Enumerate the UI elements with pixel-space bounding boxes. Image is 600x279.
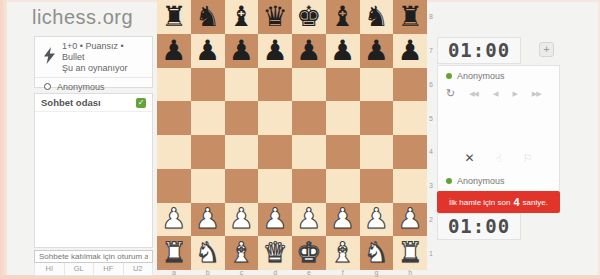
black-bishop-piece[interactable]: ♝ xyxy=(330,3,355,31)
black-pawn-piece[interactable]: ♟ xyxy=(398,37,423,65)
player-row: Anonymous xyxy=(438,171,559,191)
square-a2[interactable]: ♟ xyxy=(157,203,191,237)
chat-box: Sohbet odası ✓ xyxy=(34,93,153,248)
file-label-c: c xyxy=(225,269,259,276)
rank-label-5: 5 xyxy=(429,101,437,135)
move-nav-row: ↻ ◀◀ ◀ ▶ ▶▶ xyxy=(438,83,559,104)
white-bishop-piece[interactable]: ♝ xyxy=(229,239,254,267)
square-a5[interactable] xyxy=(157,101,191,135)
white-pawn-piece[interactable]: ♟ xyxy=(398,205,423,233)
plus-button[interactable]: + xyxy=(539,42,554,57)
player-row-white: Anonymous xyxy=(44,81,146,92)
square-c1[interactable]: ♝ xyxy=(225,236,259,270)
square-h8[interactable]: ♜ xyxy=(393,0,427,34)
square-d4[interactable] xyxy=(258,135,292,169)
chat-preset-u2[interactable]: U2 xyxy=(124,263,153,275)
square-e8[interactable]: ♚ xyxy=(292,0,326,34)
rank-label-7: 7 xyxy=(429,34,437,68)
player-name: Anonymous xyxy=(457,176,505,186)
square-h6[interactable] xyxy=(393,68,427,102)
square-b6[interactable] xyxy=(191,68,225,102)
black-pawn-piece[interactable]: ♟ xyxy=(229,37,254,65)
square-c2[interactable]: ♟ xyxy=(225,203,259,237)
rank-label-3: 3 xyxy=(429,169,437,203)
white-king-piece[interactable]: ♚ xyxy=(296,239,321,267)
online-dot-icon xyxy=(446,73,452,79)
square-e3[interactable] xyxy=(292,169,326,203)
square-g1[interactable]: ♞ xyxy=(360,236,394,270)
black-pawn-piece[interactable]: ♟ xyxy=(330,37,355,65)
first-move-warning-banner: İlk hamle için son4saniye. xyxy=(437,191,560,213)
move-list-empty xyxy=(438,104,559,147)
flip-board-icon[interactable]: ↻ xyxy=(446,87,455,100)
opponent-clock: 01:00 xyxy=(437,37,521,64)
square-b5[interactable] xyxy=(191,101,225,135)
lichess-logo[interactable]: lichess.org xyxy=(10,6,155,29)
square-h7[interactable]: ♟ xyxy=(393,34,427,68)
white-pawn-piece[interactable]: ♟ xyxy=(330,205,355,233)
resign-flag-icon[interactable]: ⚐ xyxy=(523,152,533,165)
square-f1[interactable]: ♝ xyxy=(326,236,360,270)
lightning-icon xyxy=(44,47,55,68)
square-h2[interactable]: ♟ xyxy=(393,203,427,237)
rank-label-6: 6 xyxy=(429,68,437,102)
square-b2[interactable]: ♟ xyxy=(191,203,225,237)
chess-board: ♜♞♝♛♚♝♞♜♟♟♟♟♟♟♟♟♟♟♟♟♟♟♟♟♜♞♝♛♚♝♞♜ xyxy=(157,0,427,270)
file-label-e: e xyxy=(292,269,326,276)
square-c4[interactable] xyxy=(225,135,259,169)
frame-left xyxy=(0,0,7,279)
opponent-name: Anonymous xyxy=(457,71,505,81)
square-f3[interactable] xyxy=(326,169,360,203)
file-label-g: g xyxy=(360,269,394,276)
square-e1[interactable]: ♚ xyxy=(292,236,326,270)
banner-text-suffix: saniye. xyxy=(523,198,548,207)
abort-game-icon[interactable]: ✕ xyxy=(464,151,474,165)
white-knight-piece[interactable]: ♞ xyxy=(364,239,389,267)
square-c8[interactable]: ♝ xyxy=(225,0,259,34)
square-g2[interactable]: ♟ xyxy=(360,203,394,237)
square-c5[interactable] xyxy=(225,101,259,135)
square-b8[interactable]: ♞ xyxy=(191,0,225,34)
banner-seconds: 4 xyxy=(513,196,519,208)
chat-preset-hf[interactable]: HF xyxy=(94,263,124,275)
rank-coordinates: 87654321 xyxy=(429,0,437,270)
chat-preset-gl[interactable]: GL xyxy=(65,263,95,275)
player-clock: 01:00 xyxy=(437,213,521,240)
prev-move-icon[interactable]: ◀ xyxy=(493,90,497,98)
next-move-icon[interactable]: ▶ xyxy=(512,90,516,98)
square-f7[interactable]: ♟ xyxy=(326,34,360,68)
square-g4[interactable] xyxy=(360,135,394,169)
square-e7[interactable]: ♟ xyxy=(292,34,326,68)
square-a8[interactable]: ♜ xyxy=(157,0,191,34)
black-pawn-piece[interactable]: ♟ xyxy=(263,37,288,65)
square-b7[interactable]: ♟ xyxy=(191,34,225,68)
time-control-label: 1+0 • Puansız • Bullet xyxy=(62,41,146,63)
white-player-name: Anonymous xyxy=(57,82,105,92)
white-pawn-piece[interactable]: ♟ xyxy=(161,205,186,233)
black-rook-piece[interactable]: ♜ xyxy=(161,3,186,31)
square-a4[interactable] xyxy=(157,135,191,169)
game-side-panel: Anonymous ↻ ◀◀ ◀ ▶ ▶▶ ✕ ☝ ⚐ Anonymous xyxy=(437,65,560,191)
square-a3[interactable] xyxy=(157,169,191,203)
chat-preset-hi[interactable]: HI xyxy=(35,263,65,275)
black-pawn-piece[interactable]: ♟ xyxy=(161,37,186,65)
file-label-b: b xyxy=(191,269,225,276)
square-e2[interactable]: ♟ xyxy=(292,203,326,237)
square-f8[interactable]: ♝ xyxy=(326,0,360,34)
white-queen-piece[interactable]: ♛ xyxy=(263,239,288,267)
square-d1[interactable]: ♛ xyxy=(258,236,292,270)
square-h5[interactable] xyxy=(393,101,427,135)
black-king-piece[interactable]: ♚ xyxy=(296,3,321,31)
square-f4[interactable] xyxy=(326,135,360,169)
square-f6[interactable] xyxy=(326,68,360,102)
square-d6[interactable] xyxy=(258,68,292,102)
white-pawn-piece[interactable]: ♟ xyxy=(263,205,288,233)
file-label-a: a xyxy=(157,269,191,276)
opponent-row: Anonymous xyxy=(438,66,559,83)
banner-text-prefix: İlk hamle için son xyxy=(449,198,510,207)
file-label-d: d xyxy=(258,269,292,276)
rank-label-8: 8 xyxy=(429,0,437,34)
square-e4[interactable] xyxy=(292,135,326,169)
square-g7[interactable]: ♟ xyxy=(360,34,394,68)
square-d3[interactable] xyxy=(258,169,292,203)
white-rook-piece[interactable]: ♜ xyxy=(398,239,423,267)
square-c6[interactable] xyxy=(225,68,259,102)
square-c7[interactable]: ♟ xyxy=(225,34,259,68)
white-pawn-piece[interactable]: ♟ xyxy=(229,205,254,233)
square-b4[interactable] xyxy=(191,135,225,169)
black-bishop-piece[interactable]: ♝ xyxy=(229,3,254,31)
square-g5[interactable] xyxy=(360,101,394,135)
white-rook-piece[interactable]: ♜ xyxy=(161,239,186,267)
black-knight-piece[interactable]: ♞ xyxy=(364,3,389,31)
game-info-box: 1+0 • Puansız • Bullet Şu an oynanıyor A… xyxy=(34,36,153,88)
black-knight-piece[interactable]: ♞ xyxy=(195,3,220,31)
square-e5[interactable] xyxy=(292,101,326,135)
square-d8[interactable]: ♛ xyxy=(258,0,292,34)
black-queen-piece[interactable]: ♛ xyxy=(263,3,288,31)
rank-label-4: 4 xyxy=(429,135,437,169)
white-bishop-piece[interactable]: ♝ xyxy=(330,239,355,267)
black-pawn-piece[interactable]: ♟ xyxy=(364,37,389,65)
white-color-icon xyxy=(44,83,51,90)
file-label-h: h xyxy=(393,269,427,276)
square-h3[interactable] xyxy=(393,169,427,203)
file-label-f: f xyxy=(326,269,360,276)
square-d2[interactable]: ♟ xyxy=(258,203,292,237)
square-c3[interactable] xyxy=(225,169,259,203)
square-b3[interactable] xyxy=(191,169,225,203)
game-status-label: Şu an oynanıyor xyxy=(62,63,146,74)
game-action-row: ✕ ☝ ⚐ xyxy=(438,147,559,171)
square-d5[interactable] xyxy=(258,101,292,135)
black-pawn-piece[interactable]: ♟ xyxy=(296,37,321,65)
first-move-icon[interactable]: ◀◀ xyxy=(469,90,478,98)
white-pawn-piece[interactable]: ♟ xyxy=(296,205,321,233)
square-b1[interactable]: ♞ xyxy=(191,236,225,270)
file-coordinates: abcdefgh xyxy=(157,269,427,276)
last-move-icon[interactable]: ▶▶ xyxy=(532,90,541,98)
black-pawn-piece[interactable]: ♟ xyxy=(195,37,220,65)
white-pawn-piece[interactable]: ♟ xyxy=(195,205,220,233)
square-a1[interactable]: ♜ xyxy=(157,236,191,270)
square-g6[interactable] xyxy=(360,68,394,102)
square-a6[interactable] xyxy=(157,68,191,102)
square-f2[interactable]: ♟ xyxy=(326,203,360,237)
square-a7[interactable]: ♟ xyxy=(157,34,191,68)
square-h4[interactable] xyxy=(393,135,427,169)
square-h1[interactable]: ♜ xyxy=(393,236,427,270)
square-f5[interactable] xyxy=(326,101,360,135)
white-pawn-piece[interactable]: ♟ xyxy=(364,205,389,233)
chat-title: Sohbet odası xyxy=(41,97,101,108)
square-d7[interactable]: ♟ xyxy=(258,34,292,68)
square-e6[interactable] xyxy=(292,68,326,102)
square-g8[interactable]: ♞ xyxy=(360,0,394,34)
chat-input[interactable] xyxy=(34,250,153,263)
rank-label-1: 1 xyxy=(429,236,437,270)
rank-label-2: 2 xyxy=(429,203,437,237)
white-knight-piece[interactable]: ♞ xyxy=(195,239,220,267)
square-g3[interactable] xyxy=(360,169,394,203)
chat-toggle-checkbox[interactable]: ✓ xyxy=(136,98,146,108)
black-rook-piece[interactable]: ♜ xyxy=(398,3,423,31)
online-dot-icon xyxy=(446,178,452,184)
draw-offer-icon[interactable]: ☝ xyxy=(495,152,502,165)
chat-preset-row: HIGLHFU2 xyxy=(34,263,153,276)
